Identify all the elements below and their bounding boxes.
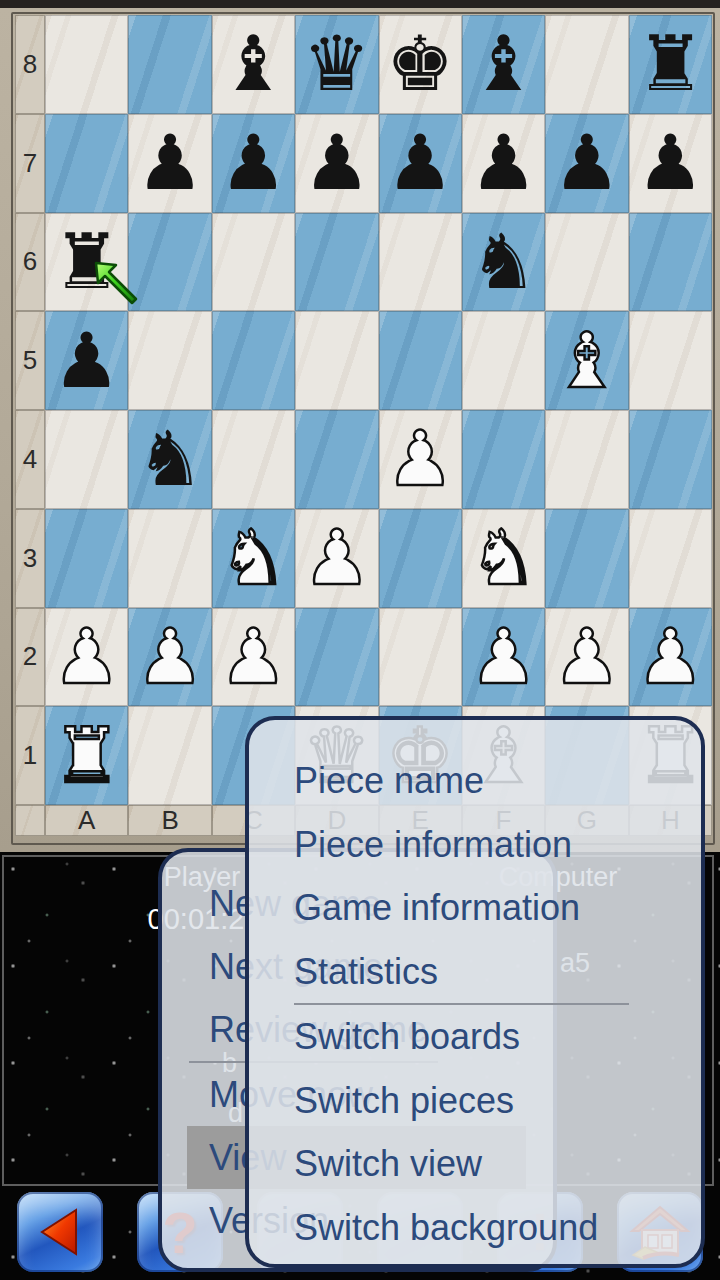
piece-black-f7: ♟ [462,114,545,213]
square-f5[interactable] [462,311,545,410]
piece-black-b4: ♞ [128,410,211,509]
piece-black-e7: ♟ [379,114,462,213]
piece-white-h2: ♟ [629,608,712,707]
piece-black-a5: ♟ [45,311,128,410]
piece-black-d8: ♛ [295,15,378,114]
piece-black-e8: ♚ [379,15,462,114]
square-d7[interactable]: ♟ [295,114,378,213]
square-h3[interactable] [629,509,712,608]
square-a2[interactable]: ♟ [45,608,128,707]
piece-white-a2: ♟ [45,608,128,707]
square-c8[interactable]: ♝ [212,15,295,114]
square-d8[interactable]: ♛ [295,15,378,114]
square-a7[interactable] [45,114,128,213]
piece-black-b7: ♟ [128,114,211,213]
left-triangle-icon [32,1204,88,1260]
piece-black-g7: ♟ [545,114,628,213]
square-c4[interactable] [212,410,295,509]
square-h5[interactable] [629,311,712,410]
piece-black-f6: ♞ [462,213,545,312]
piece-white-f3: ♞ [462,509,545,608]
piece-white-e4: ♟ [379,410,462,509]
top-strip [0,0,720,8]
square-b5[interactable] [128,311,211,410]
square-d5[interactable] [295,311,378,410]
front-menu-item-statistics[interactable]: Statistics [249,940,701,1004]
file-label-b: B [128,805,211,836]
square-a5[interactable]: ♟ [45,311,128,410]
rank-labels: 87654321 [15,15,45,805]
square-b1[interactable] [128,706,211,805]
square-e2[interactable] [379,608,462,707]
square-a4[interactable] [45,410,128,509]
square-d2[interactable] [295,608,378,707]
square-g7[interactable]: ♟ [545,114,628,213]
cursor-arrow-icon [90,257,142,309]
square-g5[interactable]: ♝ [545,311,628,410]
square-a3[interactable] [45,509,128,608]
chess-board[interactable]: ♝♛♚♝♜♟♟♟♟♟♟♟♜♞♟♝♞♟♞♟♞♟♟♟♟♟♟♜♛♚♝♜ [45,15,712,805]
piece-white-f2: ♟ [462,608,545,707]
piece-black-d7: ♟ [295,114,378,213]
piece-white-g2: ♟ [545,608,628,707]
rank-label-7: 7 [15,114,45,213]
square-c2[interactable]: ♟ [212,608,295,707]
front-menu-item-piece-information[interactable]: Piece information [249,813,701,877]
rank-label-6: 6 [15,213,45,312]
square-c6[interactable] [212,213,295,312]
piece-white-c3: ♞ [212,509,295,608]
square-e6[interactable] [379,213,462,312]
rank-label-5: 5 [15,311,45,410]
piece-white-c2: ♟ [212,608,295,707]
front-menu-item-switch-view[interactable]: Switch view [249,1132,701,1196]
square-a1[interactable]: ♜ [45,706,128,805]
square-f8[interactable]: ♝ [462,15,545,114]
front-menu-item-switch-background[interactable]: Switch background [249,1196,701,1260]
square-g6[interactable] [545,213,628,312]
square-d6[interactable] [295,213,378,312]
square-b8[interactable] [128,15,211,114]
front-menu-item-switch-boards[interactable]: Switch boards [249,1005,701,1069]
rank-label-1: 1 [15,706,45,805]
square-g4[interactable] [545,410,628,509]
piece-white-d3: ♟ [295,509,378,608]
square-b3[interactable] [128,509,211,608]
rank-label-4: 4 [15,410,45,509]
square-e5[interactable] [379,311,462,410]
square-h2[interactable]: ♟ [629,608,712,707]
square-f4[interactable] [462,410,545,509]
square-f7[interactable]: ♟ [462,114,545,213]
square-h7[interactable]: ♟ [629,114,712,213]
piece-black-f8: ♝ [462,15,545,114]
front-menu-item-game-information[interactable]: Game information [249,876,701,940]
square-h6[interactable] [629,213,712,312]
square-b7[interactable]: ♟ [128,114,211,213]
square-f3[interactable]: ♞ [462,509,545,608]
piece-white-b2: ♟ [128,608,211,707]
square-b4[interactable]: ♞ [128,410,211,509]
piece-black-h7: ♟ [629,114,712,213]
square-a8[interactable] [45,15,128,114]
square-d4[interactable] [295,410,378,509]
square-g2[interactable]: ♟ [545,608,628,707]
square-e8[interactable]: ♚ [379,15,462,114]
square-h4[interactable] [629,410,712,509]
front-menu-item-switch-pieces[interactable]: Switch pieces [249,1069,701,1133]
square-g3[interactable] [545,509,628,608]
square-c3[interactable]: ♞ [212,509,295,608]
file-label-a: A [45,805,128,836]
chess-app-screen: 87654321 ABCDEFGH ♝♛♚♝♜♟♟♟♟♟♟♟♜♞♟♝♞♟♞♟♞♟… [0,0,720,1280]
board-corner-cell [15,805,45,836]
rank-label-8: 8 [15,15,45,114]
back-button[interactable] [17,1192,103,1272]
square-f6[interactable]: ♞ [462,213,545,312]
rank-label-2: 2 [15,608,45,707]
square-c7[interactable]: ♟ [212,114,295,213]
square-e7[interactable]: ♟ [379,114,462,213]
square-a6[interactable]: ♜ [45,213,128,312]
piece-white-a1: ♜ [45,706,128,805]
square-e4[interactable]: ♟ [379,410,462,509]
context-menu-front: Piece namePiece informationGame informat… [245,716,705,1268]
square-f2[interactable]: ♟ [462,608,545,707]
square-h8[interactable]: ♜ [629,15,712,114]
square-g8[interactable] [545,15,628,114]
piece-black-c8: ♝ [212,15,295,114]
square-b2[interactable]: ♟ [128,608,211,707]
square-c5[interactable] [212,311,295,410]
rank-label-3: 3 [15,509,45,608]
piece-black-h8: ♜ [629,15,712,114]
square-e3[interactable] [379,509,462,608]
piece-white-g5: ♝ [545,311,628,410]
square-d3[interactable]: ♟ [295,509,378,608]
piece-black-c7: ♟ [212,114,295,213]
front-menu-item-piece-name[interactable]: Piece name [249,749,701,813]
